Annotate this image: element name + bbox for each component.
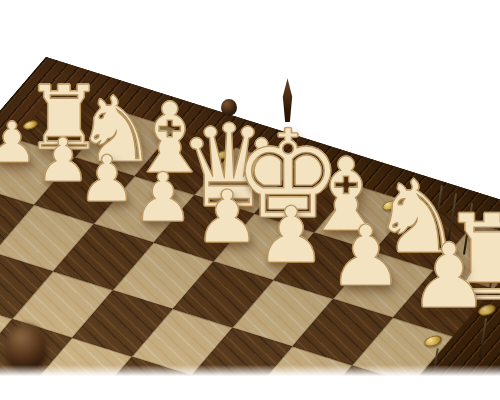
- piece-white-pawn-d2[interactable]: ♟: [128, 162, 198, 232]
- piece-white-pawn-h2[interactable]: ♟: [403, 229, 495, 321]
- piece-white-pawn-g2[interactable]: ♟: [323, 212, 409, 298]
- piece-white-pawn-f2[interactable]: ♟: [251, 195, 331, 275]
- pieces-layer: ♜♞♟♝♟♟♛♚♟♝♟♞♟♟♜♟: [0, 0, 500, 400]
- scene: ♜♞♟♝♟♟♛♚♟♝♟♞♟♟♜♟: [0, 0, 500, 400]
- background-fade: [0, 365, 500, 400]
- queen-dark-ball-finial: [221, 99, 237, 116]
